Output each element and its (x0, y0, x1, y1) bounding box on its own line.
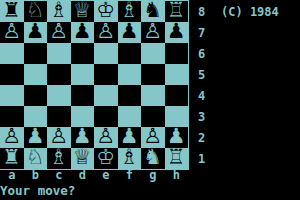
file-label-e: e (94, 169, 118, 182)
square-b4[interactable] (24, 85, 48, 106)
square-h6[interactable] (165, 43, 189, 64)
square-h5[interactable] (165, 64, 189, 85)
square-d8[interactable]: ♕ (71, 1, 95, 22)
white-pawn: ♙ (49, 127, 68, 147)
square-a5[interactable] (0, 64, 24, 85)
black-pawn: ♟ (26, 22, 45, 42)
rank-label-4: 4 (198, 85, 212, 106)
file-label-g: g (141, 169, 165, 182)
file-labels: abcdefgh (0, 169, 188, 182)
square-f8[interactable]: ♗ (118, 1, 142, 22)
copyright-text: (C) 1984 (221, 1, 279, 22)
rank-labels: 87654321 (198, 1, 212, 169)
square-a6[interactable] (0, 43, 24, 64)
square-h2[interactable]: ♟ (165, 127, 189, 148)
black-king: ♔ (96, 1, 115, 21)
black-rook: ♜ (2, 1, 21, 21)
square-h1[interactable]: ♖ (165, 148, 189, 169)
black-rook: ♖ (167, 1, 186, 21)
white-queen: ♕ (73, 148, 92, 168)
white-pawn: ♟ (120, 127, 139, 147)
square-b7[interactable]: ♟ (24, 22, 48, 43)
square-b8[interactable]: ♘ (24, 1, 48, 22)
square-c2[interactable]: ♙ (47, 127, 71, 148)
square-e7[interactable]: ♙ (94, 22, 118, 43)
square-g2[interactable]: ♙ (141, 127, 165, 148)
square-e4[interactable] (94, 85, 118, 106)
square-b6[interactable] (24, 43, 48, 64)
square-h8[interactable]: ♖ (165, 1, 189, 22)
square-f4[interactable] (118, 85, 142, 106)
square-c5[interactable] (47, 64, 71, 85)
square-g1[interactable]: ♞ (141, 148, 165, 169)
square-g4[interactable] (141, 85, 165, 106)
square-d6[interactable] (71, 43, 95, 64)
square-a7[interactable]: ♙ (0, 22, 24, 43)
square-c4[interactable] (47, 85, 71, 106)
square-c1[interactable]: ♗ (47, 148, 71, 169)
square-f7[interactable]: ♟ (118, 22, 142, 43)
black-pawn: ♙ (143, 22, 162, 42)
square-e5[interactable] (94, 64, 118, 85)
black-pawn: ♙ (96, 22, 115, 42)
square-d2[interactable]: ♟ (71, 127, 95, 148)
square-f2[interactable]: ♟ (118, 127, 142, 148)
black-pawn: ♙ (2, 22, 21, 42)
black-pawn: ♙ (49, 22, 68, 42)
white-pawn: ♙ (2, 127, 21, 147)
square-a3[interactable] (0, 106, 24, 127)
square-a1[interactable]: ♜ (0, 148, 24, 169)
file-label-d: d (71, 169, 95, 182)
black-pawn: ♟ (120, 22, 139, 42)
square-h3[interactable] (165, 106, 189, 127)
square-f6[interactable] (118, 43, 142, 64)
black-pawn: ♟ (73, 22, 92, 42)
square-d5[interactable] (71, 64, 95, 85)
chess-board: ♜♘♗♕♔♗♞♖♙♟♙♟♙♟♙♟♙♟♙♟♙♟♙♟♜♘♗♕♔♗♞♖ (0, 0, 189, 170)
white-rook: ♜ (2, 148, 21, 168)
square-g6[interactable] (141, 43, 165, 64)
square-h4[interactable] (165, 85, 189, 106)
black-bishop: ♗ (49, 1, 68, 21)
rank-label-8: 8 (198, 1, 212, 22)
file-label-f: f (118, 169, 142, 182)
rank-label-1: 1 (198, 148, 212, 169)
square-d3[interactable] (71, 106, 95, 127)
white-king: ♔ (96, 148, 115, 168)
file-label-h: h (165, 169, 189, 182)
square-b1[interactable]: ♘ (24, 148, 48, 169)
white-pawn: ♟ (73, 127, 92, 147)
rank-label-3: 3 (198, 106, 212, 127)
square-f5[interactable] (118, 64, 142, 85)
square-a2[interactable]: ♙ (0, 127, 24, 148)
move-prompt[interactable]: Your move? (0, 183, 75, 198)
white-knight: ♞ (143, 148, 162, 168)
square-d7[interactable]: ♟ (71, 22, 95, 43)
black-knight: ♘ (26, 1, 45, 21)
square-f3[interactable] (118, 106, 142, 127)
square-d4[interactable] (71, 85, 95, 106)
white-pawn: ♟ (167, 127, 186, 147)
file-label-c: c (47, 169, 71, 182)
game-screen: ♜♘♗♕♔♗♞♖♙♟♙♟♙♟♙♟♙♟♙♟♙♟♙♟♜♘♗♕♔♗♞♖ 8765432… (0, 0, 300, 200)
square-e8[interactable]: ♔ (94, 1, 118, 22)
white-knight: ♘ (26, 148, 45, 168)
square-b3[interactable] (24, 106, 48, 127)
rank-label-6: 6 (198, 43, 212, 64)
black-pawn: ♟ (167, 22, 186, 42)
white-rook: ♖ (167, 148, 186, 168)
square-f1[interactable]: ♗ (118, 148, 142, 169)
square-e1[interactable]: ♔ (94, 148, 118, 169)
square-g3[interactable] (141, 106, 165, 127)
file-label-a: a (0, 169, 24, 182)
square-h7[interactable]: ♟ (165, 22, 189, 43)
black-queen: ♕ (73, 1, 92, 21)
square-b2[interactable]: ♟ (24, 127, 48, 148)
white-pawn: ♟ (26, 127, 45, 147)
square-c8[interactable]: ♗ (47, 1, 71, 22)
square-c7[interactable]: ♙ (47, 22, 71, 43)
square-b5[interactable] (24, 64, 48, 85)
rank-label-5: 5 (198, 64, 212, 85)
square-c3[interactable] (47, 106, 71, 127)
square-e3[interactable] (94, 106, 118, 127)
square-a4[interactable] (0, 85, 24, 106)
square-g5[interactable] (141, 64, 165, 85)
square-a8[interactable]: ♜ (0, 1, 24, 22)
square-g7[interactable]: ♙ (141, 22, 165, 43)
square-d1[interactable]: ♕ (71, 148, 95, 169)
rank-label-2: 2 (198, 127, 212, 148)
square-g8[interactable]: ♞ (141, 1, 165, 22)
square-c6[interactable] (47, 43, 71, 64)
rank-label-7: 7 (198, 22, 212, 43)
file-label-b: b (24, 169, 48, 182)
black-knight: ♞ (143, 1, 162, 21)
white-pawn: ♙ (143, 127, 162, 147)
square-e6[interactable] (94, 43, 118, 64)
black-bishop: ♗ (120, 1, 139, 21)
white-bishop: ♗ (49, 148, 68, 168)
white-bishop: ♗ (120, 148, 139, 168)
square-e2[interactable]: ♙ (94, 127, 118, 148)
white-pawn: ♙ (96, 127, 115, 147)
